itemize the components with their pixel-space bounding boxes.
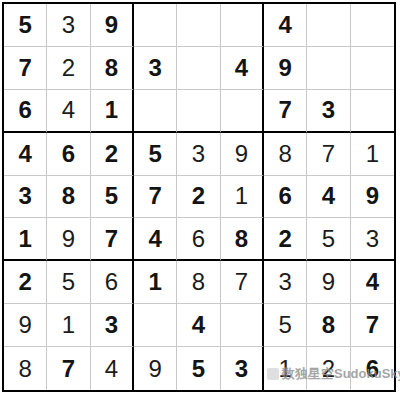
cell-r5c2[interactable]: 8 [47,176,90,219]
cell-r8c4[interactable] [134,304,177,347]
cell-r6c4[interactable]: 4 [134,218,177,261]
cell-r5c9[interactable]: 9 [351,176,394,219]
cell-r9c4[interactable]: 9 [134,347,177,390]
cell-r8c8[interactable]: 8 [307,304,350,347]
cell-r2c3[interactable]: 8 [91,47,134,90]
cell-r1c2[interactable]: 3 [47,4,90,47]
cell-r9c6[interactable]: 3 [221,347,264,390]
cell-r1c9[interactable] [351,4,394,47]
cell-r7c8[interactable]: 9 [307,261,350,304]
cell-r3c6[interactable] [221,90,264,133]
cell-r3c8[interactable]: 3 [307,90,350,133]
cell-r6c1[interactable]: 1 [4,218,47,261]
cell-r1c8[interactable] [307,4,350,47]
cell-r9c5[interactable]: 5 [177,347,220,390]
cell-r1c4[interactable] [134,4,177,47]
cell-r3c4[interactable] [134,90,177,133]
cell-r2c6[interactable]: 4 [221,47,264,90]
cell-r6c7[interactable]: 2 [264,218,307,261]
cell-r4c7[interactable]: 8 [264,133,307,176]
cell-r2c2[interactable]: 2 [47,47,90,90]
cell-r7c4[interactable]: 1 [134,261,177,304]
cell-r1c7[interactable]: 4 [264,4,307,47]
cell-r1c3[interactable]: 9 [91,4,134,47]
cell-r3c5[interactable] [177,90,220,133]
cell-r6c3[interactable]: 7 [91,218,134,261]
cell-r9c1[interactable]: 8 [4,347,47,390]
cell-r6c5[interactable]: 6 [177,218,220,261]
cell-r9c2[interactable]: 7 [47,347,90,390]
cell-r6c2[interactable]: 9 [47,218,90,261]
cell-r1c1[interactable]: 5 [4,4,47,47]
cell-r7c6[interactable]: 7 [221,261,264,304]
cell-r8c5[interactable]: 4 [177,304,220,347]
cell-r2c7[interactable]: 9 [264,47,307,90]
cell-r8c6[interactable] [221,304,264,347]
cell-r9c9[interactable]: 6 [351,347,394,390]
cell-r1c6[interactable] [221,4,264,47]
cell-r5c4[interactable]: 7 [134,176,177,219]
cell-r9c3[interactable]: 4 [91,347,134,390]
cell-r5c6[interactable]: 1 [221,176,264,219]
sudoku-board-wrap: 5394728349641734625398713857216491974682… [2,2,396,392]
cell-r7c1[interactable]: 2 [4,261,47,304]
cell-r2c4[interactable]: 3 [134,47,177,90]
cell-r8c2[interactable]: 1 [47,304,90,347]
cell-r7c7[interactable]: 3 [264,261,307,304]
cell-r4c8[interactable]: 7 [307,133,350,176]
cell-r8c7[interactable]: 5 [264,304,307,347]
cell-r7c9[interactable]: 4 [351,261,394,304]
cell-r8c3[interactable]: 3 [91,304,134,347]
cell-r2c8[interactable] [307,47,350,90]
cell-r3c7[interactable]: 7 [264,90,307,133]
cell-r6c9[interactable]: 3 [351,218,394,261]
cell-r5c7[interactable]: 6 [264,176,307,219]
sudoku-board: 5394728349641734625398713857216491974682… [2,2,396,392]
cell-r2c1[interactable]: 7 [4,47,47,90]
cell-r4c4[interactable]: 5 [134,133,177,176]
cell-r3c3[interactable]: 1 [91,90,134,133]
cell-r8c9[interactable]: 7 [351,304,394,347]
cell-r3c9[interactable] [351,90,394,133]
cell-r9c7[interactable]: 1 [264,347,307,390]
cell-r7c5[interactable]: 8 [177,261,220,304]
cell-r5c3[interactable]: 5 [91,176,134,219]
cell-r5c5[interactable]: 2 [177,176,220,219]
cell-r3c1[interactable]: 6 [4,90,47,133]
cell-r4c5[interactable]: 3 [177,133,220,176]
cell-r5c1[interactable]: 3 [4,176,47,219]
cell-r3c2[interactable]: 4 [47,90,90,133]
cell-r5c8[interactable]: 4 [307,176,350,219]
cell-r7c3[interactable]: 6 [91,261,134,304]
cell-r8c1[interactable]: 9 [4,304,47,347]
cell-r4c3[interactable]: 2 [91,133,134,176]
cell-r4c6[interactable]: 9 [221,133,264,176]
cell-r6c8[interactable]: 5 [307,218,350,261]
cell-r4c9[interactable]: 1 [351,133,394,176]
cell-r7c2[interactable]: 5 [47,261,90,304]
cell-r2c9[interactable] [351,47,394,90]
cell-r6c6[interactable]: 8 [221,218,264,261]
cell-r2c5[interactable] [177,47,220,90]
cell-r4c2[interactable]: 6 [47,133,90,176]
cell-r4c1[interactable]: 4 [4,133,47,176]
cell-r1c5[interactable] [177,4,220,47]
cell-r9c8[interactable]: 2 [307,347,350,390]
